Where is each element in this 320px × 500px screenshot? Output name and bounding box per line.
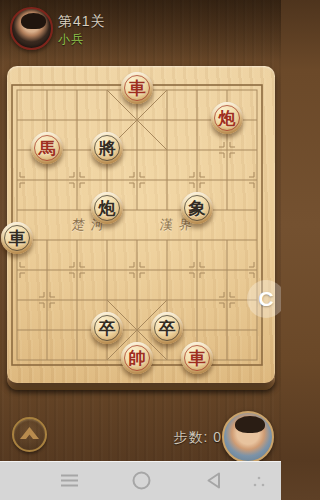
piece-glyph: 象	[189, 200, 206, 217]
steps-counter: 步数: 0	[173, 429, 222, 447]
expand-up-button[interactable]	[12, 417, 47, 452]
xiangqi-app-screen: { "game": "xiangqi", "position": { "fen"…	[0, 0, 281, 500]
piece-red-炮[interactable]: 炮	[211, 102, 243, 134]
piece-glyph: 卒	[159, 320, 176, 337]
pieces-grid: 車炮馬將炮象車卒卒帥車	[2, 75, 272, 375]
piece-red-帥[interactable]: 帥	[121, 342, 153, 374]
player-avatar[interactable]	[10, 7, 53, 50]
android-nav-bar	[0, 461, 281, 500]
piece-glyph: 炮	[219, 110, 236, 127]
piece-glyph: 馬	[39, 140, 56, 157]
opponent-avatar[interactable]	[222, 411, 274, 463]
piece-glyph: 帥	[129, 350, 146, 367]
piece-glyph: 車	[9, 230, 26, 247]
level-label: 第41关	[58, 13, 106, 31]
menu-icon[interactable]	[56, 461, 82, 500]
hint-c-button[interactable]: C	[247, 280, 281, 318]
home-icon[interactable]	[128, 461, 154, 500]
piece-red-車[interactable]: 車	[181, 342, 213, 374]
piece-black-卒[interactable]: 卒	[151, 312, 183, 344]
piece-red-車[interactable]: 車	[121, 72, 153, 104]
piece-black-炮[interactable]: 炮	[91, 192, 123, 224]
piece-glyph: 炮	[99, 200, 116, 217]
piece-glyph: 將	[99, 140, 116, 157]
xiangqi-board: 楚河 漢界 車炮馬將炮象車卒卒帥車	[7, 66, 275, 383]
chevron-up-icon	[20, 427, 39, 442]
piece-glyph: 車	[189, 350, 206, 367]
piece-black-將[interactable]: 將	[91, 132, 123, 164]
piece-glyph: 車	[129, 80, 146, 97]
piece-glyph: 卒	[99, 320, 116, 337]
back-icon[interactable]	[200, 461, 226, 500]
piece-red-馬[interactable]: 馬	[31, 132, 63, 164]
piece-black-象[interactable]: 象	[181, 192, 213, 224]
more-dots-icon[interactable]	[248, 461, 270, 500]
piece-black-卒[interactable]: 卒	[91, 312, 123, 344]
rank-label: 小兵	[58, 31, 84, 48]
piece-black-車[interactable]: 車	[1, 222, 33, 254]
